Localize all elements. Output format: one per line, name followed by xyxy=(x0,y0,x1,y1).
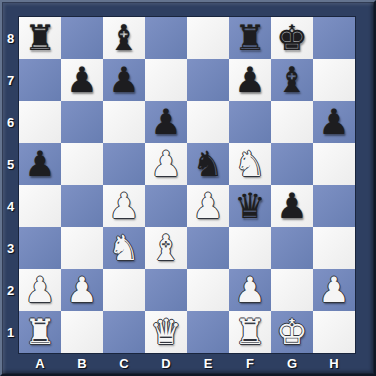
square-d7[interactable] xyxy=(145,59,187,101)
piece-white-pawn[interactable]: ♟ xyxy=(108,185,139,227)
square-c1[interactable] xyxy=(103,311,145,353)
square-f8[interactable]: ♜ xyxy=(229,17,271,59)
square-h8[interactable] xyxy=(313,17,355,59)
square-f6[interactable] xyxy=(229,101,271,143)
rank-label-2: 2 xyxy=(2,269,19,311)
square-e4[interactable]: ♟ xyxy=(187,185,229,227)
piece-black-pawn[interactable]: ♟ xyxy=(66,59,97,101)
square-h7[interactable] xyxy=(313,59,355,101)
piece-black-pawn[interactable]: ♟ xyxy=(108,59,139,101)
square-a4[interactable] xyxy=(19,185,61,227)
piece-black-bishop[interactable]: ♝ xyxy=(108,17,139,59)
square-g4[interactable]: ♟ xyxy=(271,185,313,227)
rank-label-4: 4 xyxy=(2,185,19,227)
square-g1[interactable]: ♚ xyxy=(271,311,313,353)
piece-black-pawn[interactable]: ♟ xyxy=(318,101,349,143)
square-b7[interactable]: ♟ xyxy=(61,59,103,101)
square-f2[interactable]: ♟ xyxy=(229,269,271,311)
chess-board-frame: 87654321 ABCDEFGH ♜♝♜♚♟♟♟♝♟♟♟♟♞♞♟♟♛♟♞♝♟♟… xyxy=(0,0,376,376)
square-h4[interactable] xyxy=(313,185,355,227)
square-d1[interactable]: ♛ xyxy=(145,311,187,353)
file-label-b: B xyxy=(61,353,103,374)
square-c8[interactable]: ♝ xyxy=(103,17,145,59)
square-d3[interactable]: ♝ xyxy=(145,227,187,269)
piece-black-king[interactable]: ♚ xyxy=(276,17,307,59)
file-label-a: A xyxy=(19,353,61,374)
piece-white-bishop[interactable]: ♝ xyxy=(150,227,181,269)
piece-white-pawn[interactable]: ♟ xyxy=(192,185,223,227)
square-f4[interactable]: ♛ xyxy=(229,185,271,227)
piece-black-pawn[interactable]: ♟ xyxy=(276,185,307,227)
piece-black-knight[interactable]: ♞ xyxy=(192,143,223,185)
square-h1[interactable] xyxy=(313,311,355,353)
rank-label-3: 3 xyxy=(2,227,19,269)
piece-black-bishop[interactable]: ♝ xyxy=(276,59,307,101)
piece-black-rook[interactable]: ♜ xyxy=(24,17,55,59)
rank-label-5: 5 xyxy=(2,143,19,185)
square-b4[interactable] xyxy=(61,185,103,227)
file-labels: ABCDEFGH xyxy=(19,353,355,374)
file-label-h: H xyxy=(313,353,355,374)
square-c7[interactable]: ♟ xyxy=(103,59,145,101)
square-a6[interactable] xyxy=(19,101,61,143)
square-c3[interactable]: ♞ xyxy=(103,227,145,269)
square-e1[interactable] xyxy=(187,311,229,353)
piece-black-pawn[interactable]: ♟ xyxy=(24,143,55,185)
piece-white-knight[interactable]: ♞ xyxy=(234,143,265,185)
square-f3[interactable] xyxy=(229,227,271,269)
piece-white-pawn[interactable]: ♟ xyxy=(24,269,55,311)
square-f7[interactable]: ♟ xyxy=(229,59,271,101)
square-e3[interactable] xyxy=(187,227,229,269)
square-b5[interactable] xyxy=(61,143,103,185)
piece-white-king[interactable]: ♚ xyxy=(276,311,307,353)
chess-board[interactable]: ♜♝♜♚♟♟♟♝♟♟♟♟♞♞♟♟♛♟♞♝♟♟♟♟♜♛♜♚ xyxy=(19,17,355,353)
square-e7[interactable] xyxy=(187,59,229,101)
piece-white-pawn[interactable]: ♟ xyxy=(150,143,181,185)
square-c5[interactable] xyxy=(103,143,145,185)
piece-black-queen[interactable]: ♛ xyxy=(234,185,265,227)
square-e2[interactable] xyxy=(187,269,229,311)
rank-label-1: 1 xyxy=(2,311,19,353)
square-b8[interactable] xyxy=(61,17,103,59)
square-h5[interactable] xyxy=(313,143,355,185)
square-a8[interactable]: ♜ xyxy=(19,17,61,59)
piece-black-pawn[interactable]: ♟ xyxy=(150,101,181,143)
square-c6[interactable] xyxy=(103,101,145,143)
square-h6[interactable]: ♟ xyxy=(313,101,355,143)
square-e6[interactable] xyxy=(187,101,229,143)
rank-label-8: 8 xyxy=(2,17,19,59)
square-c2[interactable] xyxy=(103,269,145,311)
square-b2[interactable]: ♟ xyxy=(61,269,103,311)
rank-labels: 87654321 xyxy=(2,17,19,353)
piece-white-pawn[interactable]: ♟ xyxy=(234,269,265,311)
piece-white-pawn[interactable]: ♟ xyxy=(66,269,97,311)
square-h2[interactable]: ♟ xyxy=(313,269,355,311)
square-d6[interactable]: ♟ xyxy=(145,101,187,143)
file-label-c: C xyxy=(103,353,145,374)
square-g3[interactable] xyxy=(271,227,313,269)
file-label-g: G xyxy=(271,353,313,374)
square-a7[interactable] xyxy=(19,59,61,101)
square-g8[interactable]: ♚ xyxy=(271,17,313,59)
square-d2[interactable] xyxy=(145,269,187,311)
file-label-f: F xyxy=(229,353,271,374)
square-e8[interactable] xyxy=(187,17,229,59)
square-c4[interactable]: ♟ xyxy=(103,185,145,227)
square-d8[interactable] xyxy=(145,17,187,59)
piece-white-rook[interactable]: ♜ xyxy=(24,311,55,353)
square-b3[interactable] xyxy=(61,227,103,269)
file-label-e: E xyxy=(187,353,229,374)
square-g2[interactable] xyxy=(271,269,313,311)
square-b1[interactable] xyxy=(61,311,103,353)
rank-label-6: 6 xyxy=(2,101,19,143)
square-a1[interactable]: ♜ xyxy=(19,311,61,353)
square-h3[interactable] xyxy=(313,227,355,269)
piece-black-pawn[interactable]: ♟ xyxy=(234,59,265,101)
square-b6[interactable] xyxy=(61,101,103,143)
square-a5[interactable]: ♟ xyxy=(19,143,61,185)
piece-white-pawn[interactable]: ♟ xyxy=(318,269,349,311)
piece-black-rook[interactable]: ♜ xyxy=(234,17,265,59)
square-f1[interactable]: ♜ xyxy=(229,311,271,353)
square-g5[interactable] xyxy=(271,143,313,185)
square-d4[interactable] xyxy=(145,185,187,227)
square-d5[interactable]: ♟ xyxy=(145,143,187,185)
piece-white-knight[interactable]: ♞ xyxy=(108,227,139,269)
square-g7[interactable]: ♝ xyxy=(271,59,313,101)
piece-white-rook[interactable]: ♜ xyxy=(234,311,265,353)
square-a2[interactable]: ♟ xyxy=(19,269,61,311)
file-label-d: D xyxy=(145,353,187,374)
square-f5[interactable]: ♞ xyxy=(229,143,271,185)
rank-label-7: 7 xyxy=(2,59,19,101)
square-g6[interactable] xyxy=(271,101,313,143)
square-a3[interactable] xyxy=(19,227,61,269)
square-e5[interactable]: ♞ xyxy=(187,143,229,185)
piece-white-queen[interactable]: ♛ xyxy=(150,311,181,353)
